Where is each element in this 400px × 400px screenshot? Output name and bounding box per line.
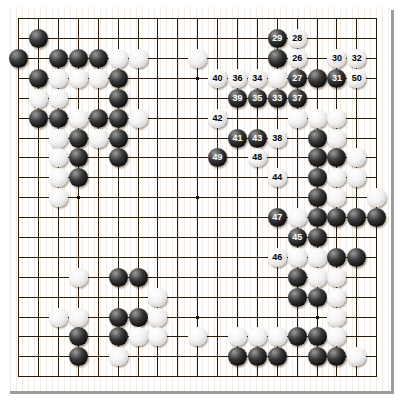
go-stone-black [49, 109, 68, 128]
go-stone-white [69, 69, 88, 88]
go-stone-black [308, 168, 327, 187]
go-stone-black [109, 148, 128, 167]
go-stone-black [69, 129, 88, 148]
go-stone-white-move-46: 46 [268, 248, 287, 267]
go-stone-white [49, 308, 68, 327]
go-stone-black [308, 327, 327, 346]
go-stone-black-move-47: 47 [268, 208, 287, 227]
go-stone-black [268, 49, 287, 68]
go-stone-white [129, 109, 148, 128]
go-stone-white [49, 89, 68, 108]
go-stone-black [308, 69, 327, 88]
go-stone-black [109, 327, 128, 346]
go-stone-black [109, 69, 128, 88]
go-stone-white-move-36: 36 [228, 69, 247, 88]
go-stone-black-move-43: 43 [248, 129, 267, 148]
go-stone-white [308, 109, 327, 128]
go-stone-black [308, 288, 327, 307]
go-stone-black [268, 347, 287, 366]
go-stone-white [327, 288, 346, 307]
go-stone-black [109, 109, 128, 128]
go-stone-white [268, 69, 287, 88]
go-stone-black [109, 89, 128, 108]
go-diagram: 2928263032403634273150393533374241433849… [0, 0, 400, 400]
go-stone-black [109, 268, 128, 287]
go-stone-white [129, 327, 148, 346]
go-stone-black [129, 308, 148, 327]
go-stone-white-move-38: 38 [268, 129, 287, 148]
go-stone-white [89, 129, 108, 148]
go-stone-white [288, 208, 307, 227]
go-stone-black-move-29: 29 [268, 29, 287, 48]
go-stone-black [29, 109, 48, 128]
go-stone-white [109, 347, 128, 366]
go-stone-black [308, 347, 327, 366]
go-stone-black [308, 188, 327, 207]
go-stone-black [89, 109, 108, 128]
go-stone-black [69, 49, 88, 68]
go-stone-black [288, 288, 307, 307]
star-point [316, 316, 319, 319]
star-point [77, 196, 80, 199]
go-stone-black [129, 268, 148, 287]
go-stone-white-move-44: 44 [268, 168, 287, 187]
go-stone-black [308, 208, 327, 227]
go-stone-black-move-37: 37 [288, 89, 307, 108]
go-stone-white [29, 89, 48, 108]
go-stone-white-move-26: 26 [288, 49, 307, 68]
go-stone-white [327, 109, 346, 128]
go-stone-white [148, 308, 167, 327]
go-stone-white [308, 268, 327, 287]
go-stone-white-move-42: 42 [208, 109, 227, 128]
go-stone-white [288, 109, 307, 128]
go-stone-black [109, 308, 128, 327]
go-stone-black-move-35: 35 [248, 89, 267, 108]
go-stone-white [89, 69, 108, 88]
go-stone-white [129, 49, 148, 68]
go-stone-black [288, 327, 307, 346]
go-stone-white [327, 129, 346, 148]
go-stone-white [288, 248, 307, 267]
go-stone-black-move-41: 41 [228, 129, 247, 148]
go-stone-white [308, 248, 327, 267]
go-board[interactable]: 2928263032403634273150393533374241433849… [7, 7, 391, 391]
star-point [196, 316, 199, 319]
go-stone-white-move-40: 40 [208, 69, 227, 88]
go-stone-black [29, 69, 48, 88]
go-stone-white-move-34: 34 [248, 69, 267, 88]
go-stone-white [69, 308, 88, 327]
go-stone-black [308, 148, 327, 167]
go-stone-black [288, 268, 307, 287]
go-stone-white [109, 49, 128, 68]
go-stone-black-move-45: 45 [288, 228, 307, 247]
go-stone-black-move-33: 33 [268, 89, 287, 108]
go-stone-white-move-28: 28 [288, 29, 307, 48]
go-stone-white [148, 288, 167, 307]
go-stone-white [327, 308, 346, 327]
go-stone-black [109, 129, 128, 148]
go-stone-white [49, 129, 68, 148]
go-stone-black [308, 129, 327, 148]
go-stone-black [49, 49, 68, 68]
go-stone-white [69, 109, 88, 128]
go-stone-white [69, 268, 88, 287]
go-stone-black [308, 228, 327, 247]
star-point [196, 196, 199, 199]
go-stone-black-move-27: 27 [288, 69, 307, 88]
go-stone-black [89, 49, 108, 68]
star-point [196, 77, 199, 80]
grid-line-horizontal [18, 376, 377, 377]
go-stone-black-move-39: 39 [228, 89, 247, 108]
go-stone-white [49, 69, 68, 88]
